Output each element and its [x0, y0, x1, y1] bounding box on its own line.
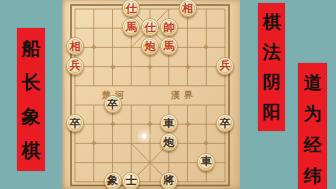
piece-character: 士 [126, 175, 137, 186]
piece-character: 卒 [70, 117, 81, 128]
banner-character: 长 [22, 73, 41, 92]
banner-character: 法 [263, 43, 281, 61]
banner-character: 阴 [263, 73, 281, 91]
piece-character: 卒 [107, 98, 118, 109]
piece-character: 卒 [220, 117, 231, 128]
piece-character: 相 [70, 40, 81, 51]
banner-character: 纬 [304, 167, 322, 185]
piece-character: 車 [201, 156, 212, 167]
piece-character: 炮 [163, 136, 174, 147]
banner-character: 棋 [22, 141, 41, 160]
piece-character: 兵 [220, 60, 231, 71]
piece-character: 仕 [145, 21, 156, 32]
xiangqi-screenshot: { "game": "xiangqi", "colors": { "backgr… [0, 0, 336, 189]
piece-character: 馬 [126, 21, 137, 32]
piece-character: 車 [163, 117, 174, 128]
piece-black-象[interactable]: 象 [104, 172, 122, 189]
piece-black-車[interactable]: 車 [160, 114, 178, 132]
piece-character: 兵 [70, 60, 81, 71]
banner-character: 船 [22, 39, 41, 58]
piece-red-相[interactable]: 相 [179, 0, 197, 17]
piece-black-將[interactable]: 將 [160, 172, 178, 189]
piece-character: 帥 [163, 21, 174, 32]
piece-character: 象 [107, 175, 118, 186]
piece-red-兵[interactable]: 兵 [66, 57, 84, 75]
piece-character: 相 [182, 2, 193, 13]
banner-character: 为 [304, 105, 322, 123]
piece-black-士[interactable]: 士 [122, 172, 140, 189]
xiangqi-board[interactable]: 楚河 漢界 仕相馬仕帥相炮馬兵兵卒卒車卒炮車象士將 [62, 0, 240, 189]
banner-character: 道 [304, 74, 322, 92]
piece-character: 馬 [163, 40, 174, 51]
right-banner-qi-fa-yin-yang: 棋法阴阳 [258, 3, 285, 131]
river-label-han-jie: 漢界 [171, 89, 197, 101]
piece-character: 炮 [145, 40, 156, 51]
piece-black-車[interactable]: 車 [197, 153, 215, 171]
banner-character: 棋 [263, 13, 281, 31]
move-indicator-sparkle [140, 132, 148, 140]
banner-character: 阳 [263, 103, 281, 121]
piece-black-卒[interactable]: 卒 [104, 95, 122, 113]
piece-red-帥[interactable]: 帥 [160, 18, 178, 36]
piece-character: 仕 [126, 2, 137, 13]
banner-character: 象 [22, 107, 41, 126]
banner-character: 经 [304, 136, 322, 154]
piece-red-兵[interactable]: 兵 [216, 57, 234, 75]
left-banner-captain-xiangqi: 船长象棋 [17, 28, 45, 171]
right-banner-dao-wei-jing-wei: 道为经纬 [298, 63, 327, 189]
piece-character: 將 [163, 175, 174, 186]
